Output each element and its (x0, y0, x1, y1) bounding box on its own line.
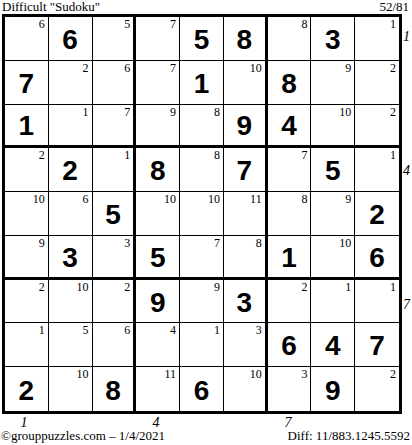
cell-r7c8[interactable]: 1 (311, 280, 355, 324)
cell-r7c9[interactable]: 1 (355, 280, 399, 324)
cell-r8c7[interactable]: 6 (268, 323, 312, 367)
corner-mark: 8 (214, 105, 220, 120)
cell-r6c6[interactable]: 8 (224, 236, 268, 280)
corner-mark: 6 (39, 17, 45, 32)
corner-mark: 11 (165, 367, 177, 382)
given-digit: 6 (49, 17, 92, 60)
cell-r7c3[interactable]: 2 (93, 280, 137, 324)
cell-r8c4[interactable]: 4 (136, 323, 180, 367)
cell-r7c7[interactable]: 2 (268, 280, 312, 324)
cell-r4c6[interactable]: 7 (224, 148, 268, 192)
corner-mark: 6 (124, 323, 130, 338)
cell-r5c8[interactable]: 9 (311, 192, 355, 236)
cell-r8c8[interactable]: 4 (311, 323, 355, 367)
cell-r5c1[interactable]: 10 (5, 192, 49, 236)
cell-r3c6[interactable]: 9 (224, 105, 268, 149)
given-digit: 5 (93, 192, 134, 235)
corner-mark: 1 (39, 323, 45, 338)
cell-r6c3[interactable]: 3 (93, 236, 137, 280)
cell-r5c9[interactable]: 2 (355, 192, 399, 236)
cell-r3c7[interactable]: 4 (268, 105, 312, 149)
given-digit: 6 (355, 236, 399, 277)
corner-mark: 2 (390, 61, 396, 76)
given-digit: 8 (93, 367, 134, 411)
given-digit: 3 (49, 236, 92, 277)
cell-r7c1[interactable]: 2 (5, 280, 49, 324)
cell-r4c1[interactable]: 2 (5, 148, 49, 192)
corner-mark: 1 (390, 17, 396, 32)
corner-mark: 10 (208, 192, 220, 207)
cell-r1c1[interactable]: 6 (5, 17, 49, 61)
corner-mark: 7 (214, 236, 220, 251)
cell-r6c7[interactable]: 1 (268, 236, 312, 280)
cell-r7c5[interactable]: 9 (180, 280, 224, 324)
corner-mark: 10 (77, 367, 89, 382)
corner-mark: 10 (250, 61, 262, 76)
given-digit: 8 (268, 61, 311, 104)
cell-r6c4[interactable]: 5 (136, 236, 180, 280)
given-digit: 2 (355, 192, 399, 235)
corner-mark: 7 (170, 17, 176, 32)
corner-mark: 3 (124, 236, 130, 251)
corner-mark: 8 (301, 192, 307, 207)
given-digit: 9 (136, 280, 179, 323)
given-digit: 8 (224, 17, 265, 60)
cell-r2c7[interactable]: 8 (268, 61, 312, 105)
cell-r3c1[interactable]: 1 (5, 105, 49, 149)
cell-r5c3[interactable]: 5 (93, 192, 137, 236)
given-digit: 6 (180, 367, 223, 411)
cell-r1c4[interactable]: 7 (136, 17, 180, 61)
row-label-1: 1 (401, 29, 412, 45)
corner-mark: 1 (390, 148, 396, 163)
cell-r6c2[interactable]: 3 (49, 236, 93, 280)
cell-r2c2[interactable]: 2 (49, 61, 93, 105)
cell-r1c5[interactable]: 5 (180, 17, 224, 61)
cell-r6c9[interactable]: 6 (355, 236, 399, 280)
cell-r5c2[interactable]: 6 (49, 192, 93, 236)
cell-r9c4[interactable]: 11 (136, 367, 180, 411)
given-digit: 4 (311, 323, 354, 366)
cell-r2c3[interactable]: 6 (93, 61, 137, 105)
cell-r9c2[interactable]: 10 (49, 367, 93, 411)
cell-r3c4[interactable]: 9 (136, 105, 180, 149)
corner-mark: 11 (250, 192, 262, 207)
corner-mark: 1 (345, 280, 351, 295)
cell-r8c5[interactable]: 1 (180, 323, 224, 367)
corner-mark: 2 (301, 280, 307, 295)
corner-mark: 4 (170, 323, 176, 338)
cell-r8c3[interactable]: 6 (93, 323, 137, 367)
given-digit: 7 (355, 323, 399, 366)
cell-r9c5[interactable]: 6 (180, 367, 224, 411)
given-digit: 2 (5, 367, 48, 411)
corner-mark: 2 (83, 61, 89, 76)
cell-r4c7[interactable]: 7 (268, 148, 312, 192)
given-digit: 4 (268, 105, 311, 146)
cell-r2c8[interactable]: 9 (311, 61, 355, 105)
cell-r5c5[interactable]: 10 (180, 192, 224, 236)
cell-r6c5[interactable]: 7 (180, 236, 224, 280)
difficulty-text: Diff: 11/883.1245.5592 (288, 428, 410, 444)
given-digit: 1 (5, 105, 48, 146)
given-digit: 5 (180, 17, 223, 60)
sudoku-board: 6657588317267110892117989410222188775110… (2, 14, 402, 414)
corner-mark: 5 (124, 17, 130, 32)
corner-mark: 8 (301, 17, 307, 32)
cell-r1c6[interactable]: 8 (224, 17, 268, 61)
cell-r7c2[interactable]: 10 (49, 280, 93, 324)
cell-r1c2[interactable]: 6 (49, 17, 93, 61)
cell-r8c9[interactable]: 7 (355, 323, 399, 367)
given-digit: 2 (49, 148, 92, 191)
cell-r7c4[interactable]: 9 (136, 280, 180, 324)
cell-r9c3[interactable]: 8 (93, 367, 137, 411)
cell-r1c7[interactable]: 8 (268, 17, 312, 61)
corner-mark: 1 (390, 280, 396, 295)
cell-r7c6[interactable]: 3 (224, 280, 268, 324)
cell-r2c5[interactable]: 1 (180, 61, 224, 105)
cell-r5c4[interactable]: 10 (136, 192, 180, 236)
cell-r3c5[interactable]: 8 (180, 105, 224, 149)
row-label-7: 7 (401, 297, 412, 313)
given-digit: 3 (311, 17, 354, 60)
cell-r4c9[interactable]: 1 (355, 148, 399, 192)
corner-mark: 9 (345, 61, 351, 76)
given-digit: 7 (5, 61, 48, 104)
corner-mark: 10 (250, 367, 262, 382)
corner-mark: 7 (124, 105, 130, 120)
page-title: Difficult "Sudoku" (2, 0, 100, 15)
cell-r4c2[interactable]: 2 (49, 148, 93, 192)
corner-mark: 2 (39, 280, 45, 295)
cell-r5c7[interactable]: 8 (268, 192, 312, 236)
corner-mark: 1 (214, 323, 220, 338)
corner-mark: 2 (124, 280, 130, 295)
cell-r2c9[interactable]: 2 (355, 61, 399, 105)
given-digit: 8 (136, 148, 179, 191)
corner-mark: 9 (170, 105, 176, 120)
cell-r4c3[interactable]: 1 (93, 148, 137, 192)
cell-r8c2[interactable]: 5 (49, 323, 93, 367)
corner-mark: 10 (339, 105, 351, 120)
given-digit: 1 (268, 236, 311, 277)
corner-mark: 7 (170, 61, 176, 76)
cell-r8c6[interactable]: 3 (224, 323, 268, 367)
row-label-4: 4 (401, 163, 412, 179)
cell-r3c3[interactable]: 7 (93, 105, 137, 149)
corner-mark: 9 (214, 280, 220, 295)
corner-mark: 10 (339, 236, 351, 251)
cell-r1c3[interactable]: 5 (93, 17, 137, 61)
corner-mark: 2 (390, 367, 396, 382)
cell-r2c6[interactable]: 10 (224, 61, 268, 105)
cell-r3c9[interactable]: 2 (355, 105, 399, 149)
copyright-text: ©grouppuzzles.com – 1/4/2021 (1, 428, 165, 444)
corner-mark: 10 (164, 192, 176, 207)
given-digit: 7 (224, 148, 265, 191)
cell-r2c4[interactable]: 7 (136, 61, 180, 105)
corner-mark: 3 (256, 323, 262, 338)
given-digit: 3 (224, 280, 265, 323)
corner-mark: 2 (39, 148, 45, 163)
cell-r9c7[interactable]: 3 (268, 367, 312, 411)
cell-r6c8[interactable]: 10 (311, 236, 355, 280)
corner-mark: 1 (83, 105, 89, 120)
cell-r8c1[interactable]: 1 (5, 323, 49, 367)
corner-mark: 7 (301, 148, 307, 163)
given-digit: 9 (224, 105, 265, 146)
cell-r1c8[interactable]: 3 (311, 17, 355, 61)
corner-mark: 6 (83, 192, 89, 207)
cell-r9c8[interactable]: 9 (311, 367, 355, 411)
cell-r9c9[interactable]: 2 (355, 367, 399, 411)
corner-mark: 8 (214, 148, 220, 163)
corner-mark: 10 (77, 280, 89, 295)
cell-r3c8[interactable]: 10 (311, 105, 355, 149)
cell-r4c8[interactable]: 5 (311, 148, 355, 192)
corner-mark: 6 (124, 61, 130, 76)
given-digit: 5 (136, 236, 179, 277)
corner-mark: 9 (39, 236, 45, 251)
cell-r6c1[interactable]: 9 (5, 236, 49, 280)
given-digit: 5 (311, 148, 354, 191)
cell-r5c6[interactable]: 11 (224, 192, 268, 236)
cell-r9c1[interactable]: 2 (5, 367, 49, 411)
cell-r9c6[interactable]: 10 (224, 367, 268, 411)
corner-mark: 8 (256, 236, 262, 251)
corner-mark: 2 (390, 105, 396, 120)
cell-r2c1[interactable]: 7 (5, 61, 49, 105)
given-digit: 6 (268, 323, 311, 366)
corner-mark: 5 (83, 323, 89, 338)
cell-r4c4[interactable]: 8 (136, 148, 180, 192)
corner-mark: 10 (33, 192, 45, 207)
corner-mark: 9 (345, 192, 351, 207)
corner-mark: 1 (124, 148, 130, 163)
cell-r3c2[interactable]: 1 (49, 105, 93, 149)
progress-counter: 52/81 (379, 0, 409, 15)
cell-r4c5[interactable]: 8 (180, 148, 224, 192)
corner-mark: 3 (301, 367, 307, 382)
cell-r1c9[interactable]: 1 (355, 17, 399, 61)
given-digit: 1 (180, 61, 223, 104)
given-digit: 9 (311, 367, 354, 411)
